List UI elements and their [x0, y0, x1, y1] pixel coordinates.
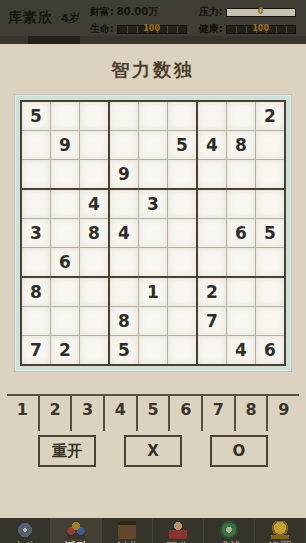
status-header: 库素欣 4岁 财富: 80.00万 压力: 0 生命: 100 健康: 100 — [0, 0, 306, 36]
sudoku-cell-r6c7[interactable] — [198, 248, 226, 276]
given-digit: 4 — [88, 194, 100, 214]
sudoku-cell-r2c1[interactable] — [22, 131, 50, 159]
sudoku-cell-r7c8[interactable] — [227, 278, 255, 306]
given-digit: 3 — [147, 194, 159, 214]
given-digit: 5 — [176, 135, 188, 155]
health-label: 健康: — [199, 22, 223, 36]
sudoku-cell-r7c2[interactable] — [51, 278, 79, 306]
given-digit: 8 — [30, 282, 42, 302]
sudoku-cell-r9c6[interactable] — [168, 336, 196, 364]
sudoku-cell-r1c9[interactable]: 2 — [256, 102, 284, 130]
nav-tab-life[interactable]: 人生 — [0, 518, 51, 543]
given-digit: 5 — [118, 340, 130, 360]
sudoku-cell-r4c5[interactable]: 3 — [139, 190, 167, 218]
given-digit: 5 — [264, 223, 276, 243]
app-screen: 库素欣 4岁 财富: 80.00万 压力: 0 生命: 100 健康: 100 — [0, 0, 306, 543]
sudoku-box: 248 — [198, 102, 284, 188]
digit-button-5[interactable]: 5 — [138, 394, 171, 431]
wealth-label: 财富: — [90, 5, 114, 19]
given-digit: 6 — [264, 340, 276, 360]
sudoku-cell-r5c6[interactable] — [168, 219, 196, 247]
sudoku-cell-r4c4[interactable] — [110, 190, 138, 218]
player-info: 库素欣 4岁 — [8, 9, 80, 27]
sudoku-cell-r3c7[interactable] — [198, 160, 226, 188]
sudoku-cell-r5c9[interactable]: 5 — [256, 219, 284, 247]
sudoku-cell-r7c4[interactable] — [110, 278, 138, 306]
action-buttons: 重开 X O — [38, 435, 268, 467]
sudoku-cell-r5c4[interactable]: 4 — [110, 219, 138, 247]
given-digit: 7 — [30, 340, 42, 360]
sudoku-cell-r8c4[interactable]: 8 — [110, 307, 138, 335]
sudoku-cell-r1c5[interactable] — [139, 102, 167, 130]
sudoku-cell-r2c6[interactable]: 5 — [168, 131, 196, 159]
sudoku-cell-r1c2[interactable] — [51, 102, 79, 130]
sudoku-cell-r3c1[interactable] — [22, 160, 50, 188]
mark-x-button[interactable]: X — [124, 435, 182, 467]
sudoku-cell-r3c2[interactable] — [51, 160, 79, 188]
player-name: 库素欣 — [8, 9, 53, 27]
sudoku-cell-r4c1[interactable] — [22, 190, 50, 218]
nav-tab-achievement[interactable]: 成就 — [204, 518, 255, 543]
health-bar: 100 — [226, 25, 296, 34]
briefcase-icon — [118, 521, 136, 539]
sudoku-panel: 智力数独 5959248438634658721852746 123456789… — [0, 44, 306, 518]
sudoku-cell-r1c4[interactable] — [110, 102, 138, 130]
pressure-label: 压力: — [199, 5, 223, 19]
digit-button-4[interactable]: 4 — [105, 394, 138, 431]
digit-button-2[interactable]: 2 — [40, 394, 73, 431]
sudoku-box: 59 — [110, 102, 196, 188]
sudoku-cell-r8c6[interactable] — [168, 307, 196, 335]
badge-icon — [220, 521, 238, 539]
sudoku-cell-r1c8[interactable] — [227, 102, 255, 130]
trophy-icon — [271, 521, 289, 539]
sudoku-cell-r8c1[interactable] — [22, 307, 50, 335]
player-stats: 财富: 80.00万 压力: 0 生命: 100 健康: 100 — [90, 5, 296, 36]
sudoku-cell-r5c2[interactable] — [51, 219, 79, 247]
digit-button-3[interactable]: 3 — [72, 394, 105, 431]
sudoku-cell-r8c8[interactable] — [227, 307, 255, 335]
sudoku-cell-r3c8[interactable] — [227, 160, 255, 188]
digit-button-6[interactable]: 6 — [170, 394, 203, 431]
sudoku-box: 185 — [110, 278, 196, 364]
wealth-stat: 财富: 80.00万 — [90, 5, 187, 19]
sudoku-cell-r2c2[interactable]: 9 — [51, 131, 79, 159]
sudoku-cell-r8c2[interactable] — [51, 307, 79, 335]
given-digit: 6 — [235, 223, 247, 243]
sudoku-cell-r6c5[interactable] — [139, 248, 167, 276]
sudoku-cell-r7c7[interactable]: 2 — [198, 278, 226, 306]
sudoku-cell-r6c9[interactable] — [256, 248, 284, 276]
sudoku-cell-r9c3[interactable] — [80, 336, 108, 364]
sudoku-cell-r4c2[interactable] — [51, 190, 79, 218]
sudoku-cell-r3c9[interactable] — [256, 160, 284, 188]
given-digit: 2 — [264, 106, 276, 126]
sudoku-cell-r7c1[interactable]: 8 — [22, 278, 50, 306]
sudoku-cell-r2c9[interactable] — [256, 131, 284, 159]
sudoku-cell-r9c4[interactable]: 5 — [110, 336, 138, 364]
given-digit: 8 — [235, 135, 247, 155]
given-digit: 4 — [118, 223, 130, 243]
sudoku-cell-r4c8[interactable] — [227, 190, 255, 218]
pressure-stat: 压力: 0 — [199, 5, 296, 19]
sudoku-cell-r1c6[interactable] — [168, 102, 196, 130]
restart-button[interactable]: 重开 — [38, 435, 96, 467]
sudoku-box: 34 — [110, 190, 196, 276]
life-bar: 100 — [117, 25, 187, 34]
sudoku-cell-r4c7[interactable] — [198, 190, 226, 218]
sudoku-cell-r6c8[interactable] — [227, 248, 255, 276]
sudoku-cell-r8c7[interactable]: 7 — [198, 307, 226, 335]
sudoku-cell-r2c8[interactable]: 8 — [227, 131, 255, 159]
sudoku-board: 5959248438634658721852746 — [20, 100, 286, 366]
sudoku-cell-r4c3[interactable]: 4 — [80, 190, 108, 218]
sudoku-cell-r8c5[interactable] — [139, 307, 167, 335]
sudoku-cell-r9c1[interactable]: 7 — [22, 336, 50, 364]
page-title: 智力数独 — [0, 58, 306, 82]
player-age: 4岁 — [61, 11, 80, 26]
sudoku-cell-r6c3[interactable] — [80, 248, 108, 276]
sudoku-box: 4386 — [22, 190, 108, 276]
sudoku-cell-r5c8[interactable]: 6 — [227, 219, 255, 247]
sudoku-cell-r1c3[interactable] — [80, 102, 108, 130]
sudoku-cell-r9c2[interactable]: 2 — [51, 336, 79, 364]
sudoku-cell-r9c9[interactable]: 6 — [256, 336, 284, 364]
person-icon — [169, 521, 187, 539]
given-digit: 2 — [206, 282, 218, 302]
sudoku-box: 65 — [198, 190, 284, 276]
sudoku-box: 872 — [22, 278, 108, 364]
digit-pad: 123456789 — [7, 394, 299, 431]
life-label: 生命: — [90, 22, 114, 36]
compass-icon — [16, 521, 34, 539]
sudoku-cell-r4c6[interactable] — [168, 190, 196, 218]
sudoku-cell-r9c5[interactable] — [139, 336, 167, 364]
sudoku-cell-r7c6[interactable] — [168, 278, 196, 306]
sudoku-cell-r3c3[interactable] — [80, 160, 108, 188]
sudoku-cell-r6c2[interactable]: 6 — [51, 248, 79, 276]
nav-tab-business[interactable]: 创业 — [102, 518, 153, 543]
given-digit: 5 — [30, 106, 42, 126]
given-digit: 4 — [206, 135, 218, 155]
sudoku-cell-r5c7[interactable] — [198, 219, 226, 247]
sudoku-cell-r5c3[interactable]: 8 — [80, 219, 108, 247]
given-digit: 1 — [147, 282, 159, 302]
sudoku-cell-r3c4[interactable]: 9 — [110, 160, 138, 188]
given-digit: 2 — [59, 340, 71, 360]
given-digit: 6 — [59, 252, 71, 272]
sudoku-cell-r9c7[interactable] — [198, 336, 226, 364]
sudoku-cell-r6c4[interactable] — [110, 248, 138, 276]
sudoku-cell-r9c8[interactable]: 4 — [227, 336, 255, 364]
sudoku-box: 2746 — [198, 278, 284, 364]
balloons-icon — [67, 521, 85, 539]
given-digit: 4 — [235, 340, 247, 360]
sudoku-cell-r8c9[interactable] — [256, 307, 284, 335]
sudoku-cell-r6c1[interactable] — [22, 248, 50, 276]
digit-button-9[interactable]: 9 — [268, 394, 299, 431]
mark-o-button[interactable]: O — [210, 435, 268, 467]
sudoku-cell-r7c9[interactable] — [256, 278, 284, 306]
sudoku-cell-r2c7[interactable]: 4 — [198, 131, 226, 159]
nav-tab-activity[interactable]: 活动 — [51, 518, 102, 543]
pressure-bar: 0 — [226, 8, 296, 17]
wealth-value: 80.00万 — [117, 5, 159, 19]
nav-tab-settings[interactable]: 设置 — [255, 518, 306, 543]
sudoku-cell-r4c9[interactable] — [256, 190, 284, 218]
sudoku-cell-r2c3[interactable] — [80, 131, 108, 159]
sudoku-cell-r8c3[interactable] — [80, 307, 108, 335]
sudoku-cell-r7c5[interactable]: 1 — [139, 278, 167, 306]
digit-button-8[interactable]: 8 — [236, 394, 269, 431]
dimmed-background-strip — [0, 36, 306, 44]
digit-button-7[interactable]: 7 — [203, 394, 236, 431]
sudoku-cell-r5c5[interactable] — [139, 219, 167, 247]
sudoku-box: 59 — [22, 102, 108, 188]
given-digit: 3 — [30, 223, 42, 243]
sudoku-cell-r1c1[interactable]: 5 — [22, 102, 50, 130]
nav-tab-work[interactable]: 工作 — [153, 518, 204, 543]
sudoku-cell-r3c6[interactable] — [168, 160, 196, 188]
given-digit: 9 — [59, 135, 71, 155]
dimmed-background-tab — [28, 36, 80, 44]
digit-button-1[interactable]: 1 — [7, 394, 40, 431]
given-digit: 7 — [206, 311, 218, 331]
sudoku-cell-r6c6[interactable] — [168, 248, 196, 276]
sudoku-cell-r2c5[interactable] — [139, 131, 167, 159]
given-digit: 9 — [118, 164, 130, 184]
sudoku-cell-r7c3[interactable] — [80, 278, 108, 306]
given-digit: 8 — [88, 223, 100, 243]
sudoku-cell-r2c4[interactable] — [110, 131, 138, 159]
health-stat: 健康: 100 — [199, 22, 296, 36]
bottom-nav: 人生活动创业工作成就设置 — [0, 518, 306, 543]
given-digit: 8 — [118, 311, 130, 331]
sudoku-cell-r5c1[interactable]: 3 — [22, 219, 50, 247]
sudoku-cell-r1c7[interactable] — [198, 102, 226, 130]
life-stat: 生命: 100 — [90, 22, 187, 36]
sudoku-cell-r3c5[interactable] — [139, 160, 167, 188]
sudoku-board-frame: 5959248438634658721852746 — [14, 94, 292, 372]
